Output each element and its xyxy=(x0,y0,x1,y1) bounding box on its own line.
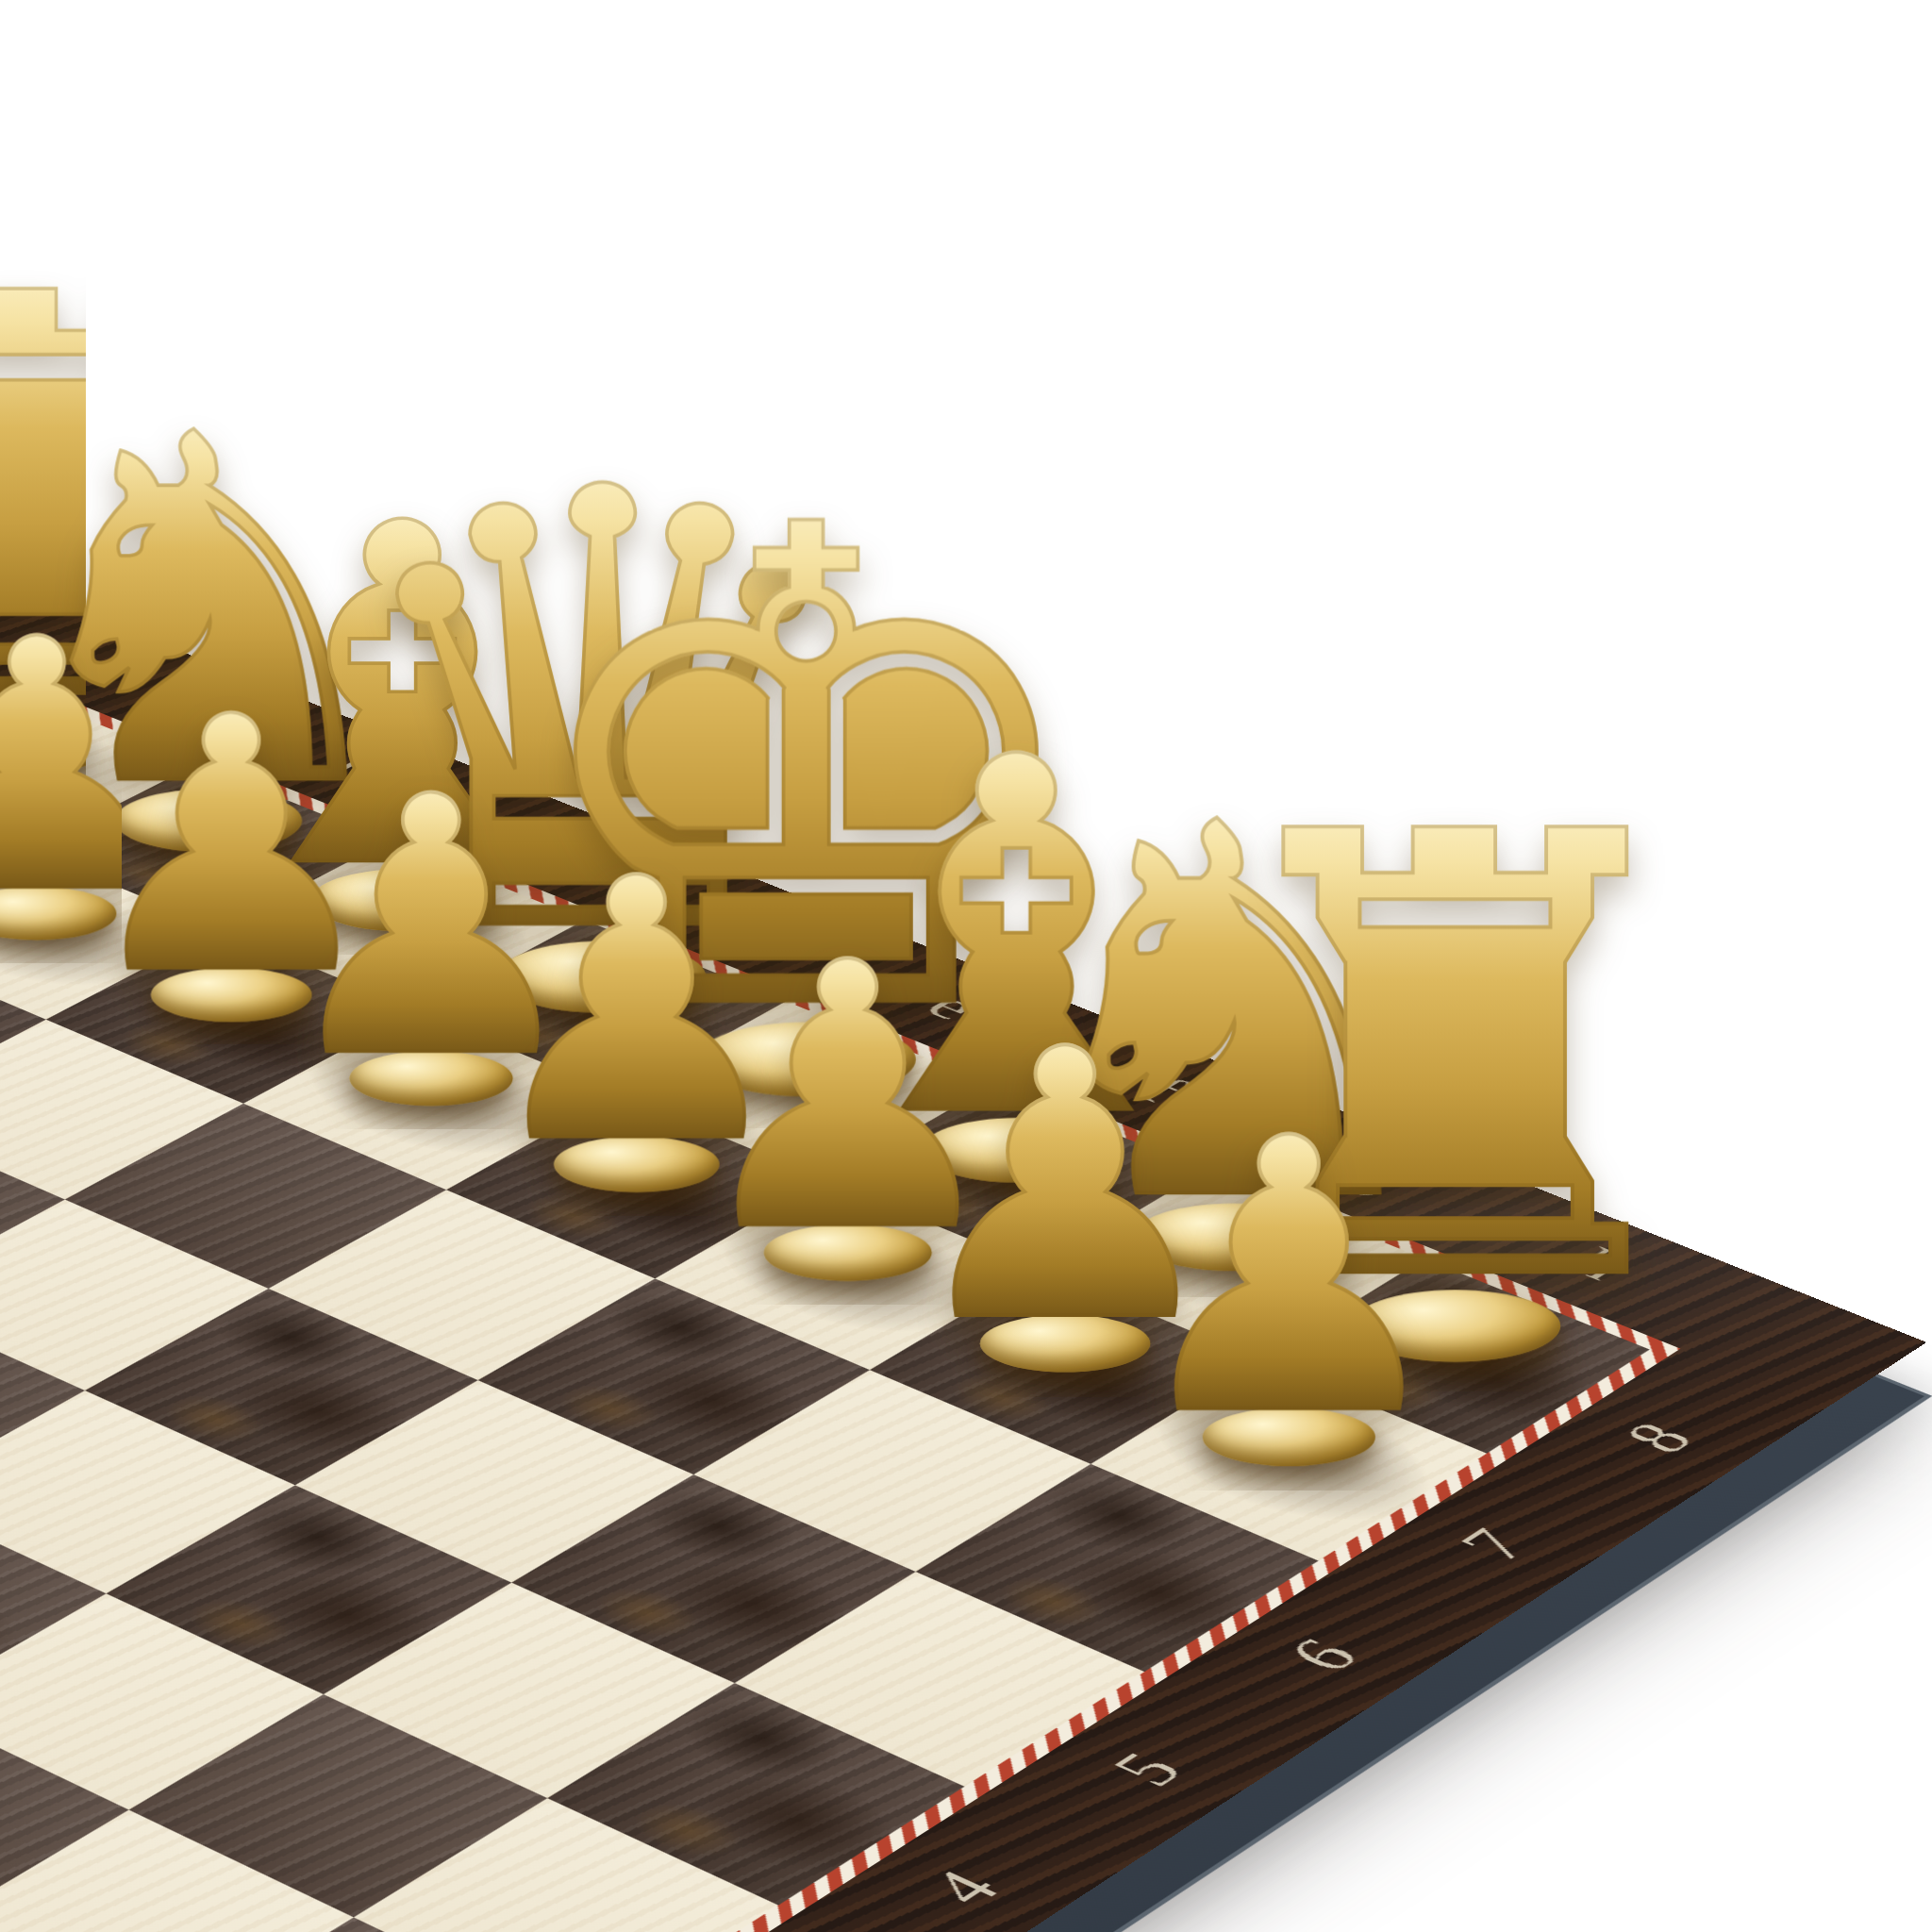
piece-shadow-e7 xyxy=(455,1095,828,1272)
piece-pedestal-f7 xyxy=(764,1224,932,1281)
piece-shadow-b7 xyxy=(0,851,220,1013)
square-b6 xyxy=(0,938,46,1113)
piece-gold-queen-d8: ♛ xyxy=(322,370,881,1006)
knight-glyph: ♞ xyxy=(0,385,424,845)
piece-shadow-c7 xyxy=(56,930,418,1097)
square-c5 xyxy=(0,1113,65,1299)
board-3d-scene: aabbccddeeffgghh8877665544332211♜♞♝♛♚♝♞♜… xyxy=(0,0,1932,1932)
piece-pedestal-d7 xyxy=(350,1051,513,1106)
piece-shadow-d8 xyxy=(425,922,787,1089)
square-e6 xyxy=(269,1190,656,1380)
piece-pedestal-c8 xyxy=(311,869,494,931)
square-f7 xyxy=(655,1180,1040,1370)
pawn-glyph: ♟ xyxy=(684,924,1011,1274)
king-glyph: ♚ xyxy=(510,457,1101,1090)
piece-gold-knight-b8: ♞ xyxy=(0,335,480,845)
chess-set-product-photo: aabbccddeeffgghh8877665544332211♜♞♝♛♚♝♞♜… xyxy=(0,0,1932,1932)
pawn-glyph: ♟ xyxy=(0,602,192,933)
square-c6 xyxy=(0,1020,243,1200)
file-label-top-c: c xyxy=(512,827,590,864)
piece-pedestal-c7 xyxy=(151,968,312,1023)
square-b7 xyxy=(0,850,220,1020)
piece-gold-pawn-d7: ♟ xyxy=(147,712,715,1099)
square-b8 xyxy=(28,764,389,929)
square-d5 xyxy=(0,1200,269,1391)
piece-gold-pawn-a7: ♟ xyxy=(0,483,121,855)
bishop-glyph: ♝ xyxy=(192,475,613,924)
pawn-glyph: ♟ xyxy=(75,679,389,1015)
piece-shadow-f7 xyxy=(663,1181,1042,1363)
piece-shadow-c8 xyxy=(228,842,586,1005)
piece-shadow-d7 xyxy=(252,1011,620,1183)
rank-label-right-8: 8 xyxy=(1611,1416,1707,1461)
file-label-top-a: a xyxy=(131,676,207,711)
rank-label-right-6: 6 xyxy=(1274,1631,1373,1679)
piece-pedestal-e7 xyxy=(554,1137,719,1192)
square-e8 xyxy=(619,1001,993,1180)
square-e7 xyxy=(446,1094,826,1279)
piece-pedestal-b8 xyxy=(115,790,302,853)
pawn-glyph: ♟ xyxy=(475,840,798,1185)
piece-shadow-b8 xyxy=(38,765,390,923)
square-a7 xyxy=(0,773,28,938)
piece-gold-pawn-e7: ♟ xyxy=(349,792,924,1185)
square-c7 xyxy=(46,929,417,1104)
file-label-top-b: b xyxy=(318,750,397,788)
file-label-top-d: d xyxy=(708,906,790,945)
piece-gold-pawn-c7: ♟ xyxy=(0,633,511,1014)
square-d8 xyxy=(417,920,787,1094)
piece-shadow-a8 xyxy=(0,690,198,843)
piece-gold-pawn-h7: ♟ xyxy=(989,1049,1590,1458)
piece-gold-rook-a8: ♜ xyxy=(0,184,289,768)
pawn-glyph: ♟ xyxy=(272,758,590,1099)
rook-glyph: ♜ xyxy=(0,237,268,769)
piece-pedestal-e8 xyxy=(696,1022,916,1096)
piece-gold-pawn-b7: ♟ xyxy=(0,557,313,933)
rank-label-right-5: 5 xyxy=(1097,1744,1197,1794)
pawn-glyph: ♟ xyxy=(1121,1098,1457,1458)
piece-pedestal-d8 xyxy=(496,941,706,1013)
square-d7 xyxy=(243,1010,619,1190)
piece-pedestal-b7 xyxy=(0,887,116,941)
piece-shadow-a7 xyxy=(0,774,28,932)
file-label-top-e: e xyxy=(914,987,992,1026)
square-c8 xyxy=(220,841,585,1010)
piece-shadow-e8 xyxy=(626,1003,994,1174)
piece-gold-bishop-c8: ♝ xyxy=(126,425,678,924)
piece-gold-king-e8: ♚ xyxy=(523,398,1090,1089)
chess-board: aabbccddeeffgghh8877665544332211♜♞♝♛♚♝♞♜… xyxy=(0,579,1926,1932)
piece-pedestal-a8 xyxy=(0,709,115,774)
queen-glyph: ♛ xyxy=(330,425,873,1006)
rank-label-right-4: 4 xyxy=(914,1862,1015,1914)
square-a8 xyxy=(0,689,197,849)
rank-label-right-7: 7 xyxy=(1446,1522,1543,1568)
square-d6 xyxy=(65,1104,446,1289)
